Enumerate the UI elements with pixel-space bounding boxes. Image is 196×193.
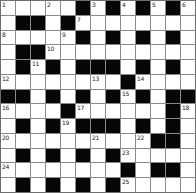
blocked-cell-r6c5 <box>76 90 90 104</box>
letter-cell-r3c10[interactable] <box>151 45 165 59</box>
letter-cell-r7c9[interactable] <box>136 104 150 118</box>
blocked-cell-r9c10 <box>151 134 165 148</box>
letter-cell-r9c2[interactable] <box>31 134 45 148</box>
letter-cell-r4c10[interactable] <box>151 60 165 74</box>
letter-cell-r12c12[interactable] <box>181 178 195 192</box>
blocked-cell-r2c9 <box>136 31 150 45</box>
letter-cell-r8c10[interactable] <box>151 119 165 133</box>
letter-cell-r3c7[interactable] <box>106 45 120 59</box>
blocked-cell-r8c9 <box>136 119 150 133</box>
letter-cell-r9c4[interactable] <box>61 134 75 148</box>
clue-number-2: 2 <box>47 1 51 8</box>
letter-cell-r12c2[interactable] <box>31 178 45 192</box>
letter-cell-r3c11[interactable] <box>166 45 180 59</box>
letter-cell-r8c8[interactable] <box>121 119 135 133</box>
letter-cell-r10c11[interactable] <box>166 149 180 163</box>
letter-cell-r12c10[interactable] <box>151 178 165 192</box>
letter-cell-r9c3[interactable] <box>46 134 60 148</box>
letter-cell-r1c9[interactable] <box>136 16 150 30</box>
letter-cell-r0c8[interactable]: 4 <box>121 1 135 15</box>
letter-cell-r12c6[interactable] <box>91 178 105 192</box>
letter-cell-r4c8[interactable] <box>121 60 135 74</box>
letter-cell-r5c9[interactable]: 14 <box>136 75 150 89</box>
letter-cell-r5c0[interactable]: 12 <box>1 75 15 89</box>
clue-number-23: 23 <box>122 149 129 156</box>
letter-cell-r6c8[interactable]: 15 <box>121 90 135 104</box>
clue-number-15: 15 <box>122 90 129 97</box>
clue-number-22: 22 <box>137 134 144 141</box>
blocked-cell-r8c5 <box>76 119 90 133</box>
blocked-cell-r0c9 <box>136 1 150 15</box>
blocked-cell-r2c11 <box>166 31 180 45</box>
blocked-cell-r8c3 <box>46 119 60 133</box>
blocked-cell-r8c6 <box>91 119 105 133</box>
letter-cell-r4c12[interactable] <box>181 60 195 74</box>
letter-cell-r6c4[interactable] <box>61 90 75 104</box>
blocked-cell-r6c1 <box>16 90 30 104</box>
letter-cell-r3c5[interactable] <box>76 45 90 59</box>
blocked-cell-r8c11 <box>166 119 180 133</box>
letter-cell-r1c7[interactable] <box>106 16 120 30</box>
letter-cell-r2c1[interactable] <box>16 31 30 45</box>
letter-cell-r2c12[interactable] <box>181 31 195 45</box>
blocked-cell-r6c3 <box>46 90 60 104</box>
blocked-cell-r4c9 <box>136 60 150 74</box>
letter-cell-r2c3[interactable] <box>46 31 60 45</box>
letter-cell-r0c12[interactable]: 6 <box>181 1 195 15</box>
letter-cell-r12c11[interactable] <box>166 178 180 192</box>
letter-cell-r8c4[interactable]: 19 <box>61 119 75 133</box>
letter-cell-r0c1[interactable] <box>16 1 30 15</box>
letter-cell-r3c8[interactable] <box>121 45 135 59</box>
blocked-cell-r1c2 <box>31 16 45 30</box>
letter-cell-r7c8[interactable] <box>121 104 135 118</box>
blocked-cell-r12c5 <box>76 178 90 192</box>
letter-cell-r7c10[interactable] <box>151 104 165 118</box>
letter-cell-r0c4[interactable] <box>61 1 75 15</box>
letter-cell-r11c6[interactable] <box>91 163 105 177</box>
blocked-cell-r3c2 <box>31 45 45 59</box>
blocked-cell-r0c5 <box>76 1 90 15</box>
letter-cell-r10c10[interactable] <box>151 149 165 163</box>
blocked-cell-r4c6 <box>91 60 105 74</box>
letter-cell-r5c12[interactable] <box>181 75 195 89</box>
blocked-cell-r7c4 <box>61 104 75 118</box>
blocked-cell-r11c10 <box>151 163 165 177</box>
blocked-cell-r4c11 <box>166 60 180 74</box>
letter-cell-r3c12[interactable] <box>181 45 195 59</box>
clue-number-4: 4 <box>122 1 126 8</box>
blocked-cell-r6c12 <box>181 90 195 104</box>
letter-cell-r8c2[interactable] <box>31 119 45 133</box>
letter-cell-r7c3[interactable] <box>46 104 60 118</box>
letter-cell-r5c4[interactable] <box>61 75 75 89</box>
letter-cell-r9c1[interactable] <box>16 134 30 148</box>
letter-cell-r8c12[interactable] <box>181 119 195 133</box>
letter-cell-r2c6[interactable] <box>91 31 105 45</box>
blocked-cell-r6c9 <box>136 90 150 104</box>
clue-number-20: 20 <box>2 134 9 141</box>
letter-cell-r10c4[interactable] <box>61 149 75 163</box>
letter-cell-r7c6[interactable] <box>91 104 105 118</box>
letter-cell-r2c0[interactable]: 8 <box>1 31 15 45</box>
blocked-cell-r3c1 <box>16 45 30 59</box>
blocked-cell-r2c7 <box>106 31 120 45</box>
letter-cell-r2c10[interactable] <box>151 31 165 45</box>
letter-cell-r1c11[interactable] <box>166 16 180 30</box>
letter-cell-r0c0[interactable]: 1 <box>1 1 15 15</box>
letter-cell-r10c6[interactable] <box>91 149 105 163</box>
letter-cell-r11c5[interactable] <box>76 163 90 177</box>
letter-cell-r3c0[interactable] <box>1 45 15 59</box>
letter-cell-r12c0[interactable] <box>1 178 15 192</box>
blocked-cell-r6c11 <box>166 90 180 104</box>
blocked-cell-r12c3 <box>46 178 60 192</box>
letter-cell-r4c2[interactable]: 11 <box>31 60 45 74</box>
blocked-cell-r4c3 <box>46 60 60 74</box>
letter-cell-r7c0[interactable]: 16 <box>1 104 15 118</box>
letter-cell-r11c4[interactable] <box>61 163 75 177</box>
clue-number-21: 21 <box>92 134 99 141</box>
letter-cell-r7c7[interactable] <box>106 104 120 118</box>
letter-cell-r3c4[interactable] <box>61 45 75 59</box>
letter-cell-r7c12[interactable]: 18 <box>181 104 195 118</box>
letter-cell-r11c12[interactable] <box>181 163 195 177</box>
letter-cell-r5c10[interactable] <box>151 75 165 89</box>
clue-number-6: 6 <box>182 1 186 8</box>
letter-cell-r5c11[interactable] <box>166 75 180 89</box>
letter-cell-r10c8[interactable]: 23 <box>121 149 135 163</box>
blocked-cell-r8c7 <box>106 119 120 133</box>
blocked-cell-r10c1 <box>16 149 30 163</box>
clue-number-14: 14 <box>137 75 144 82</box>
letter-cell-r7c5[interactable]: 17 <box>76 104 90 118</box>
blocked-cell-r4c1 <box>16 60 30 74</box>
letter-cell-r1c5[interactable]: 7 <box>76 16 90 30</box>
letter-cell-r1c12[interactable] <box>181 16 195 30</box>
letter-cell-r6c2[interactable] <box>31 90 45 104</box>
clue-number-7: 7 <box>77 16 81 23</box>
clue-number-16: 16 <box>2 104 9 111</box>
letter-cell-r10c12[interactable] <box>181 149 195 163</box>
letter-cell-r1c6[interactable] <box>91 16 105 30</box>
letter-cell-r11c3[interactable] <box>46 163 60 177</box>
letter-cell-r10c9[interactable] <box>136 149 150 163</box>
letter-cell-r9c9[interactable]: 22 <box>136 134 150 148</box>
blocked-cell-r9c11 <box>166 134 180 148</box>
letter-cell-r5c1[interactable] <box>16 75 30 89</box>
letter-cell-r9c6[interactable]: 21 <box>91 134 105 148</box>
letter-cell-r12c9[interactable] <box>136 178 150 192</box>
letter-cell-r11c2[interactable] <box>31 163 45 177</box>
letter-cell-r11c9[interactable] <box>136 163 150 177</box>
letter-cell-r3c3[interactable]: 10 <box>46 45 60 59</box>
letter-cell-r7c1[interactable] <box>16 104 30 118</box>
letter-cell-r11c1[interactable] <box>16 163 30 177</box>
crossword-board: 1234567891011121314151617181920212223242… <box>0 0 196 193</box>
blocked-cell-r4c7 <box>106 60 120 74</box>
letter-cell-r2c2[interactable] <box>31 31 45 45</box>
letter-cell-r12c8[interactable]: 25 <box>121 178 135 192</box>
blocked-cell-r0c7 <box>106 1 120 15</box>
blocked-cell-r5c8 <box>121 75 135 89</box>
letter-cell-r8c0[interactable] <box>1 119 15 133</box>
letter-cell-r9c0[interactable]: 20 <box>1 134 15 148</box>
letter-cell-r4c4[interactable] <box>61 60 75 74</box>
letter-cell-r11c7[interactable] <box>106 163 120 177</box>
blocked-cell-r2c5 <box>76 31 90 45</box>
blocked-cell-r12c7 <box>106 178 120 192</box>
letter-cell-r0c3[interactable]: 2 <box>46 1 60 15</box>
letter-cell-r2c4[interactable]: 9 <box>61 31 75 45</box>
clue-number-19: 19 <box>62 119 69 126</box>
letter-cell-r1c3[interactable] <box>46 16 60 30</box>
letter-cell-r5c7[interactable] <box>106 75 120 89</box>
clue-number-10: 10 <box>47 45 54 52</box>
letter-cell-r0c6[interactable]: 3 <box>91 1 105 15</box>
letter-cell-r5c2[interactable] <box>31 75 45 89</box>
blocked-cell-r1c1 <box>16 16 30 30</box>
clue-number-18: 18 <box>182 104 189 111</box>
clue-number-9: 9 <box>62 31 66 38</box>
letter-cell-r1c8[interactable] <box>121 16 135 30</box>
letter-cell-r0c10[interactable]: 5 <box>151 1 165 15</box>
letter-cell-r3c6[interactable] <box>91 45 105 59</box>
letter-cell-r4c0[interactable] <box>1 60 15 74</box>
clue-number-1: 1 <box>2 1 6 8</box>
letter-cell-r10c2[interactable] <box>31 149 45 163</box>
letter-cell-r10c0[interactable] <box>1 149 15 163</box>
blocked-cell-r8c1 <box>16 119 30 133</box>
blocked-cell-r6c0 <box>1 90 15 104</box>
clue-number-5: 5 <box>152 1 156 8</box>
letter-cell-r5c6[interactable]: 13 <box>91 75 105 89</box>
letter-cell-r9c5[interactable] <box>76 134 90 148</box>
blocked-cell-r12c1 <box>16 178 30 192</box>
clue-number-25: 25 <box>122 178 129 185</box>
blocked-cell-r7c11 <box>166 104 180 118</box>
clue-number-13: 13 <box>92 75 99 82</box>
clue-number-12: 12 <box>2 75 9 82</box>
clue-number-3: 3 <box>92 1 96 8</box>
blocked-cell-r6c7 <box>106 90 120 104</box>
letter-cell-r1c0[interactable] <box>1 16 15 30</box>
letter-cell-r6c6[interactable] <box>91 90 105 104</box>
blocked-cell-r4c5 <box>76 60 90 74</box>
clue-number-11: 11 <box>32 60 39 67</box>
crossword-page: 1234567891011121314151617181920212223242… <box>0 0 196 193</box>
clue-number-17: 17 <box>77 104 84 111</box>
letter-cell-r9c8[interactable] <box>121 134 135 148</box>
blocked-cell-r0c11 <box>166 1 180 15</box>
letter-cell-r11c0[interactable]: 24 <box>1 163 15 177</box>
blocked-cell-r1c4 <box>61 16 75 30</box>
letter-cell-r12c4[interactable] <box>61 178 75 192</box>
blocked-cell-r10c5 <box>76 149 90 163</box>
letter-cell-r2c8[interactable] <box>121 31 135 45</box>
letter-cell-r5c3[interactable] <box>46 75 60 89</box>
clue-number-24: 24 <box>2 163 9 170</box>
letter-cell-r9c7[interactable] <box>106 134 120 148</box>
blocked-cell-r10c7 <box>106 149 120 163</box>
blocked-cell-r10c3 <box>46 149 60 163</box>
letter-cell-r9c12[interactable] <box>181 134 195 148</box>
letter-cell-r6c10[interactable] <box>151 90 165 104</box>
letter-cell-r0c2[interactable] <box>31 1 45 15</box>
letter-cell-r3c9[interactable] <box>136 45 150 59</box>
letter-cell-r5c5[interactable] <box>76 75 90 89</box>
letter-cell-r1c10[interactable] <box>151 16 165 30</box>
letter-cell-r7c2[interactable] <box>31 104 45 118</box>
clue-number-8: 8 <box>2 31 6 38</box>
blocked-cell-r11c11 <box>166 163 180 177</box>
blocked-cell-r11c8 <box>121 163 135 177</box>
